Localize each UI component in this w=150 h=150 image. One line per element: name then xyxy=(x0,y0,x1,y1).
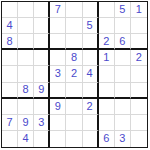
empty-cell-r6c1[interactable] xyxy=(2,83,18,99)
empty-cell-r4c6[interactable] xyxy=(83,50,99,66)
given-cell-r6c2[interactable]: 8 xyxy=(18,83,34,99)
empty-cell-r6c9[interactable] xyxy=(131,83,147,99)
given-cell-r1c4[interactable]: 7 xyxy=(50,2,66,18)
empty-cell-r8c6[interactable] xyxy=(83,115,99,131)
empty-cell-r3c4[interactable] xyxy=(50,34,66,50)
empty-cell-r3c2[interactable] xyxy=(18,34,34,50)
given-cell-r9c8[interactable]: 3 xyxy=(115,131,131,147)
empty-cell-r1c7[interactable] xyxy=(99,2,115,18)
empty-cell-r9c4[interactable] xyxy=(50,131,66,147)
empty-cell-r2c5[interactable] xyxy=(66,18,82,34)
empty-cell-r5c2[interactable] xyxy=(18,66,34,82)
empty-cell-r1c6[interactable] xyxy=(83,2,99,18)
empty-cell-r5c3[interactable] xyxy=(34,66,50,82)
given-cell-r1c9[interactable]: 1 xyxy=(131,2,147,18)
empty-cell-r4c1[interactable] xyxy=(2,50,18,66)
empty-cell-r1c5[interactable] xyxy=(66,2,82,18)
empty-cell-r4c8[interactable] xyxy=(115,50,131,66)
empty-cell-r7c5[interactable] xyxy=(66,99,82,115)
empty-cell-r6c7[interactable] xyxy=(99,83,115,99)
empty-cell-r3c3[interactable] xyxy=(34,34,50,50)
empty-cell-r5c1[interactable] xyxy=(2,66,18,82)
given-cell-r5c5[interactable]: 2 xyxy=(66,66,82,82)
empty-cell-r7c9[interactable] xyxy=(131,99,147,115)
given-cell-r8c1[interactable]: 7 xyxy=(2,115,18,131)
empty-cell-r3c6[interactable] xyxy=(83,34,99,50)
given-cell-r9c2[interactable]: 4 xyxy=(18,131,34,147)
empty-cell-r4c2[interactable] xyxy=(18,50,34,66)
given-cell-r2c1[interactable]: 4 xyxy=(2,18,18,34)
empty-cell-r5c7[interactable] xyxy=(99,66,115,82)
given-cell-r3c7[interactable]: 2 xyxy=(99,34,115,50)
empty-cell-r2c2[interactable] xyxy=(18,18,34,34)
empty-cell-r6c8[interactable] xyxy=(115,83,131,99)
empty-cell-r7c2[interactable] xyxy=(18,99,34,115)
given-cell-r8c2[interactable]: 9 xyxy=(18,115,34,131)
given-cell-r3c8[interactable]: 6 xyxy=(115,34,131,50)
empty-cell-r8c5[interactable] xyxy=(66,115,82,131)
given-cell-r8c3[interactable]: 3 xyxy=(34,115,50,131)
empty-cell-r1c3[interactable] xyxy=(34,2,50,18)
given-cell-r4c9[interactable]: 2 xyxy=(131,50,147,66)
empty-cell-r7c7[interactable] xyxy=(99,99,115,115)
sudoku-board: 751458268123248992793463 xyxy=(1,1,148,148)
given-cell-r7c4[interactable]: 9 xyxy=(50,99,66,115)
empty-cell-r6c5[interactable] xyxy=(66,83,82,99)
empty-cell-r6c4[interactable] xyxy=(50,83,66,99)
empty-cell-r9c9[interactable] xyxy=(131,131,147,147)
given-cell-r4c5[interactable]: 8 xyxy=(66,50,82,66)
empty-cell-r6c6[interactable] xyxy=(83,83,99,99)
empty-cell-r9c5[interactable] xyxy=(66,131,82,147)
empty-cell-r2c8[interactable] xyxy=(115,18,131,34)
empty-cell-r7c8[interactable] xyxy=(115,99,131,115)
given-cell-r2c6[interactable]: 5 xyxy=(83,18,99,34)
empty-cell-r7c1[interactable] xyxy=(2,99,18,115)
empty-cell-r8c9[interactable] xyxy=(131,115,147,131)
empty-cell-r3c9[interactable] xyxy=(131,34,147,50)
empty-cell-r2c9[interactable] xyxy=(131,18,147,34)
empty-cell-r2c4[interactable] xyxy=(50,18,66,34)
empty-cell-r4c3[interactable] xyxy=(34,50,50,66)
given-cell-r5c6[interactable]: 4 xyxy=(83,66,99,82)
empty-cell-r9c3[interactable] xyxy=(34,131,50,147)
given-cell-r7c6[interactable]: 2 xyxy=(83,99,99,115)
empty-cell-r1c2[interactable] xyxy=(18,2,34,18)
empty-cell-r5c9[interactable] xyxy=(131,66,147,82)
empty-cell-r5c8[interactable] xyxy=(115,66,131,82)
empty-cell-r8c7[interactable] xyxy=(99,115,115,131)
empty-cell-r2c3[interactable] xyxy=(34,18,50,34)
empty-cell-r8c8[interactable] xyxy=(115,115,131,131)
given-cell-r6c3[interactable]: 9 xyxy=(34,83,50,99)
given-cell-r9c7[interactable]: 6 xyxy=(99,131,115,147)
empty-cell-r9c1[interactable] xyxy=(2,131,18,147)
empty-cell-r8c4[interactable] xyxy=(50,115,66,131)
empty-cell-r1c1[interactable] xyxy=(2,2,18,18)
empty-cell-r3c5[interactable] xyxy=(66,34,82,50)
empty-cell-r7c3[interactable] xyxy=(34,99,50,115)
given-cell-r5c4[interactable]: 3 xyxy=(50,66,66,82)
empty-cell-r2c7[interactable] xyxy=(99,18,115,34)
empty-cell-r4c4[interactable] xyxy=(50,50,66,66)
given-cell-r1c8[interactable]: 5 xyxy=(115,2,131,18)
empty-cell-r9c6[interactable] xyxy=(83,131,99,147)
given-cell-r4c7[interactable]: 1 xyxy=(99,50,115,66)
given-cell-r3c1[interactable]: 8 xyxy=(2,34,18,50)
